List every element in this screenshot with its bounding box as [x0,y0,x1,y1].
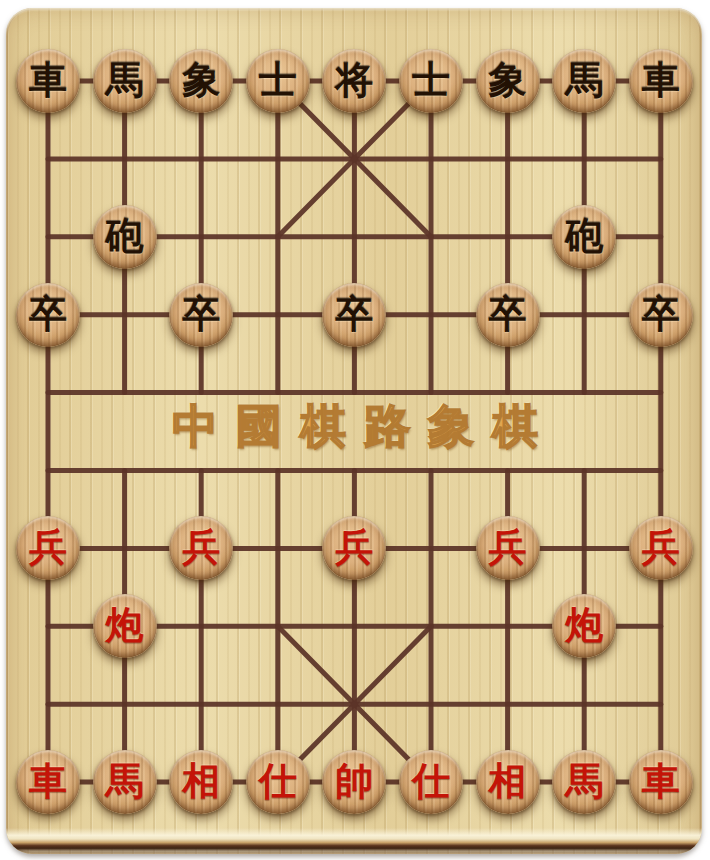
piece-glyph: 兵 [335,528,373,566]
piece-glyph: 帥 [335,762,373,800]
point-h0[interactable]: 馬 [546,743,623,821]
point-b8[interactable] [86,120,163,198]
piece-glyph: 卒 [489,295,527,333]
piece-glyph: 兵 [182,528,220,566]
piece-black-advisor[interactable]: 士 [246,49,310,113]
xiangqi-app: 中國棋路象棋 車馬象士将士象馬車砲砲卒卒卒卒卒兵兵兵兵兵炮炮車馬相仕帥仕相馬車 [0,0,710,860]
piece-glyph: 士 [259,61,297,99]
point-d0[interactable]: 仕 [239,743,316,821]
piece-black-cannon[interactable]: 砲 [552,205,616,269]
point-f1[interactable] [393,665,470,743]
piece-glyph: 馬 [106,762,144,800]
point-f0[interactable]: 仕 [393,743,470,821]
piece-red-cannon[interactable]: 炮 [552,594,616,658]
point-b7[interactable]: 砲 [86,198,163,276]
point-f5[interactable] [393,354,470,432]
point-a9[interactable]: 車 [10,42,87,120]
point-f3[interactable] [393,509,470,587]
point-h5[interactable] [546,354,623,432]
piece-glyph: 兵 [642,528,680,566]
piece-glyph: 炮 [106,606,144,644]
point-i3[interactable]: 兵 [622,509,699,587]
point-g8[interactable] [469,120,546,198]
point-e8[interactable] [316,120,393,198]
piece-glyph: 相 [182,762,220,800]
piece-red-advisor[interactable]: 仕 [246,750,310,814]
piece-black-general[interactable]: 将 [322,49,386,113]
piece-glyph: 卒 [642,295,680,333]
piece-black-soldier[interactable]: 卒 [322,283,386,347]
piece-black-horse[interactable]: 馬 [552,49,616,113]
point-i6[interactable]: 卒 [622,276,699,354]
point-i2[interactable] [622,587,699,665]
point-c8[interactable] [163,120,240,198]
point-c5[interactable] [163,354,240,432]
piece-glyph: 卒 [29,295,67,333]
point-d6[interactable] [239,276,316,354]
point-g3[interactable]: 兵 [469,509,546,587]
piece-red-soldier[interactable]: 兵 [169,516,233,580]
point-a0[interactable]: 車 [10,743,87,821]
piece-black-soldier[interactable]: 卒 [476,283,540,347]
point-e3[interactable]: 兵 [316,509,393,587]
point-d3[interactable] [239,509,316,587]
point-a5[interactable] [10,354,87,432]
piece-glyph: 車 [642,762,680,800]
point-i9[interactable]: 車 [622,42,699,120]
piece-glyph: 仕 [412,762,450,800]
point-g5[interactable] [469,354,546,432]
point-f6[interactable] [393,276,470,354]
piece-red-elephant[interactable]: 相 [476,750,540,814]
piece-glyph: 馬 [565,61,603,99]
piece-glyph: 象 [489,61,527,99]
piece-glyph: 車 [29,762,67,800]
point-d4[interactable] [239,431,316,509]
point-a8[interactable] [10,120,87,198]
point-h1[interactable] [546,665,623,743]
point-d1[interactable] [239,665,316,743]
point-a7[interactable] [10,198,87,276]
point-h3[interactable] [546,509,623,587]
piece-black-horse[interactable]: 馬 [93,49,157,113]
point-c6[interactable]: 卒 [163,276,240,354]
point-i1[interactable] [622,665,699,743]
piece-glyph: 兵 [489,528,527,566]
point-e6[interactable]: 卒 [316,276,393,354]
piece-red-elephant[interactable]: 相 [169,750,233,814]
piece-glyph: 卒 [335,295,373,333]
piece-glyph: 馬 [565,762,603,800]
point-c0[interactable]: 相 [163,743,240,821]
point-b1[interactable] [86,665,163,743]
piece-red-horse[interactable]: 馬 [93,750,157,814]
piece-black-soldier[interactable]: 卒 [16,283,80,347]
piece-black-chariot[interactable]: 車 [16,49,80,113]
piece-glyph: 砲 [106,217,144,255]
point-d2[interactable] [239,587,316,665]
point-g7[interactable] [469,198,546,276]
piece-red-chariot[interactable]: 車 [629,750,693,814]
point-e4[interactable] [316,431,393,509]
point-c1[interactable] [163,665,240,743]
point-i5[interactable] [622,354,699,432]
point-f2[interactable] [393,587,470,665]
point-f9[interactable]: 士 [393,42,470,120]
point-i8[interactable] [622,120,699,198]
point-h7[interactable]: 砲 [546,198,623,276]
point-h2[interactable]: 炮 [546,587,623,665]
piece-black-cannon[interactable]: 砲 [93,205,157,269]
piece-glyph: 兵 [29,528,67,566]
point-d5[interactable] [239,354,316,432]
point-h4[interactable] [546,431,623,509]
piece-black-chariot[interactable]: 車 [629,49,693,113]
piece-glyph: 士 [412,61,450,99]
piece-red-chariot[interactable]: 車 [16,750,80,814]
point-f8[interactable] [393,120,470,198]
point-c3[interactable]: 兵 [163,509,240,587]
piece-red-soldier[interactable]: 兵 [322,516,386,580]
point-b3[interactable] [86,509,163,587]
point-a1[interactable] [10,665,87,743]
point-g9[interactable]: 象 [469,42,546,120]
piece-black-elephant[interactable]: 象 [476,49,540,113]
piece-black-advisor[interactable]: 士 [399,49,463,113]
point-c7[interactable] [163,198,240,276]
point-c2[interactable] [163,587,240,665]
point-b6[interactable] [86,276,163,354]
point-d7[interactable] [239,198,316,276]
point-e1[interactable] [316,665,393,743]
point-c4[interactable] [163,431,240,509]
piece-glyph: 車 [29,61,67,99]
piece-red-soldier[interactable]: 兵 [629,516,693,580]
point-a6[interactable]: 卒 [10,276,87,354]
point-c9[interactable]: 象 [163,42,240,120]
point-h8[interactable] [546,120,623,198]
point-d8[interactable] [239,120,316,198]
point-e0[interactable]: 帥 [316,743,393,821]
point-e2[interactable] [316,587,393,665]
point-g4[interactable] [469,431,546,509]
piece-glyph: 象 [182,61,220,99]
point-h9[interactable]: 馬 [546,42,623,120]
point-f4[interactable] [393,431,470,509]
point-e7[interactable] [316,198,393,276]
piece-glyph: 馬 [106,61,144,99]
point-a4[interactable] [10,431,87,509]
piece-glyph: 相 [489,762,527,800]
piece-red-soldier[interactable]: 兵 [476,516,540,580]
board-grid: 車馬象士将士象馬車砲砲卒卒卒卒卒兵兵兵兵兵炮炮車馬相仕帥仕相馬車 [10,42,699,821]
point-b4[interactable] [86,431,163,509]
point-i7[interactable] [622,198,699,276]
point-a2[interactable] [10,587,87,665]
piece-red-general[interactable]: 帥 [322,750,386,814]
piece-glyph: 将 [335,61,373,99]
piece-black-soldier[interactable]: 卒 [169,283,233,347]
point-e5[interactable] [316,354,393,432]
point-a3[interactable]: 兵 [10,509,87,587]
point-h6[interactable] [546,276,623,354]
point-g1[interactable] [469,665,546,743]
piece-black-elephant[interactable]: 象 [169,49,233,113]
piece-glyph: 炮 [565,606,603,644]
point-g0[interactable]: 相 [469,743,546,821]
piece-red-cannon[interactable]: 炮 [93,594,157,658]
piece-glyph: 砲 [565,217,603,255]
piece-glyph: 車 [642,61,680,99]
piece-glyph: 仕 [259,762,297,800]
point-i4[interactable] [622,431,699,509]
point-b0[interactable]: 馬 [86,743,163,821]
point-g6[interactable]: 卒 [469,276,546,354]
point-f7[interactable] [393,198,470,276]
piece-red-soldier[interactable]: 兵 [16,516,80,580]
point-b5[interactable] [86,354,163,432]
point-e9[interactable]: 将 [316,42,393,120]
point-i0[interactable]: 車 [622,743,699,821]
piece-glyph: 卒 [182,295,220,333]
piece-red-advisor[interactable]: 仕 [399,750,463,814]
piece-red-horse[interactable]: 馬 [552,750,616,814]
point-b9[interactable]: 馬 [86,42,163,120]
point-b2[interactable]: 炮 [86,587,163,665]
point-g2[interactable] [469,587,546,665]
piece-black-soldier[interactable]: 卒 [629,283,693,347]
point-d9[interactable]: 士 [239,42,316,120]
